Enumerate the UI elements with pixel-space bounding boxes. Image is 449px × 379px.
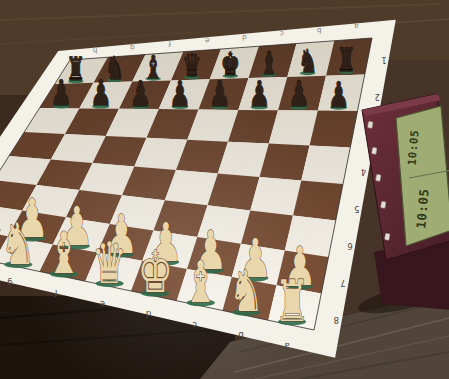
piece-white-rook-h1[interactable]: ♜ xyxy=(274,267,309,335)
piece-glyph: ♝ xyxy=(183,248,218,316)
rank-label-right: 6 xyxy=(347,241,352,251)
piece-glyph: ♟ xyxy=(209,73,231,114)
scene-svg: hh1gg2ff3ee4dd5cc6bb7aa8 ♜♞♝♛♚♝♞♜♟♟♟♟♟♟♟… xyxy=(0,0,449,379)
file-label-top: d xyxy=(242,33,247,42)
piece-black-pawn-b7[interactable]: ♟ xyxy=(90,73,112,114)
piece-white-knight-b1[interactable]: ♞ xyxy=(1,210,36,278)
piece-glyph: ♟ xyxy=(248,74,270,115)
rank-label-right: 5 xyxy=(354,204,359,214)
piece-black-pawn-e7[interactable]: ♟ xyxy=(209,73,231,114)
piece-glyph: ♛ xyxy=(92,229,127,297)
file-label-top: a xyxy=(354,22,359,31)
file-label-bottom: e xyxy=(100,299,105,309)
file-label-top: f xyxy=(168,39,171,48)
piece-white-queen-d1[interactable]: ♛ xyxy=(92,229,127,297)
file-label-top: e xyxy=(204,36,209,45)
clock-button[interactable] xyxy=(376,174,382,181)
piece-glyph: ♚ xyxy=(138,239,173,307)
piece-glyph: ♜ xyxy=(337,42,357,78)
piece-black-pawn-c7[interactable]: ♟ xyxy=(129,73,151,114)
file-label-top: g xyxy=(130,43,135,52)
piece-glyph: ♜ xyxy=(274,267,309,335)
piece-white-bishop-c1[interactable]: ♝ xyxy=(46,219,81,287)
piece-white-knight-g1[interactable]: ♞ xyxy=(229,258,264,326)
piece-glyph: ♟ xyxy=(328,74,350,115)
piece-black-pawn-g7[interactable]: ♟ xyxy=(288,74,310,115)
clock-button[interactable] xyxy=(368,121,374,128)
rank-label-right: 2 xyxy=(375,92,380,102)
piece-white-bishop-f1[interactable]: ♝ xyxy=(183,248,218,316)
clock-button[interactable] xyxy=(385,233,391,240)
piece-black-pawn-d7[interactable]: ♟ xyxy=(169,73,191,114)
photo-scene: hh1gg2ff3ee4dd5cc6bb7aa8 ♜♞♝♛♚♝♞♜♟♟♟♟♟♟♟… xyxy=(0,0,449,379)
piece-black-pawn-h7[interactable]: ♟ xyxy=(328,74,350,115)
clock-button[interactable] xyxy=(381,201,387,208)
rank-label-right: 1 xyxy=(381,55,386,65)
piece-glyph: ♟ xyxy=(90,73,112,114)
piece-black-rook-h8[interactable]: ♜ xyxy=(337,42,357,78)
piece-glyph: ♟ xyxy=(169,73,191,114)
piece-glyph: ♞ xyxy=(229,258,264,326)
piece-glyph: ♟ xyxy=(288,74,310,115)
rank-label-right: 8 xyxy=(334,315,339,325)
square-h6[interactable] xyxy=(310,111,358,148)
rank-label-right: 7 xyxy=(340,278,345,288)
clock-button[interactable] xyxy=(372,147,378,154)
file-label-bottom: b xyxy=(238,330,243,340)
file-label-top: c xyxy=(280,29,284,38)
file-label-bottom: a xyxy=(285,341,290,351)
piece-glyph: ♞ xyxy=(1,210,36,278)
file-label-top: h xyxy=(92,46,97,55)
piece-glyph: ♟ xyxy=(50,73,72,114)
file-label-top: b xyxy=(316,26,321,35)
piece-black-pawn-f7[interactable]: ♟ xyxy=(248,74,270,115)
file-label-bottom: d xyxy=(146,309,151,319)
piece-white-king-e1[interactable]: ♚ xyxy=(138,239,173,307)
piece-glyph: ♝ xyxy=(46,219,81,287)
file-label-bottom: g xyxy=(7,278,12,288)
piece-glyph: ♟ xyxy=(129,73,151,114)
file-label-bottom: c xyxy=(192,320,197,330)
piece-black-pawn-a7[interactable]: ♟ xyxy=(50,73,72,114)
rank-label-right: 4 xyxy=(361,167,366,177)
